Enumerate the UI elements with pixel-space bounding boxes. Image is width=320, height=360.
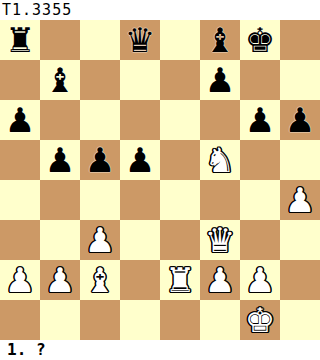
square-a3[interactable] bbox=[0, 220, 40, 260]
black-pawn: ♟ bbox=[45, 140, 75, 180]
square-e6[interactable] bbox=[160, 100, 200, 140]
square-b8[interactable] bbox=[40, 20, 80, 60]
white-pawn: ♟ bbox=[85, 220, 115, 260]
black-king: ♚ bbox=[245, 20, 275, 60]
square-b1[interactable] bbox=[40, 300, 80, 340]
black-pawn: ♟ bbox=[285, 100, 315, 140]
square-c3[interactable]: ♟ bbox=[80, 220, 120, 260]
square-h2[interactable] bbox=[280, 260, 320, 300]
square-d6[interactable] bbox=[120, 100, 160, 140]
square-d4[interactable] bbox=[120, 180, 160, 220]
white-pawn: ♟ bbox=[285, 180, 315, 220]
square-d8[interactable]: ♛ bbox=[120, 20, 160, 60]
square-g2[interactable]: ♟ bbox=[240, 260, 280, 300]
square-a8[interactable]: ♜ bbox=[0, 20, 40, 60]
square-e4[interactable] bbox=[160, 180, 200, 220]
square-h6[interactable]: ♟ bbox=[280, 100, 320, 140]
black-bishop: ♝ bbox=[205, 20, 235, 60]
square-c1[interactable] bbox=[80, 300, 120, 340]
square-a6[interactable]: ♟ bbox=[0, 100, 40, 140]
square-h7[interactable] bbox=[280, 60, 320, 100]
square-f8[interactable]: ♝ bbox=[200, 20, 240, 60]
square-g5[interactable] bbox=[240, 140, 280, 180]
square-a4[interactable] bbox=[0, 180, 40, 220]
square-f6[interactable] bbox=[200, 100, 240, 140]
square-a5[interactable] bbox=[0, 140, 40, 180]
square-c5[interactable]: ♟ bbox=[80, 140, 120, 180]
square-f2[interactable]: ♟ bbox=[200, 260, 240, 300]
square-e1[interactable] bbox=[160, 300, 200, 340]
black-pawn: ♟ bbox=[125, 140, 155, 180]
square-h4[interactable]: ♟ bbox=[280, 180, 320, 220]
square-e2[interactable]: ♜ bbox=[160, 260, 200, 300]
square-g8[interactable]: ♚ bbox=[240, 20, 280, 60]
square-d7[interactable] bbox=[120, 60, 160, 100]
white-king: ♚ bbox=[245, 300, 275, 340]
square-d3[interactable] bbox=[120, 220, 160, 260]
white-queen: ♛ bbox=[205, 220, 235, 260]
square-d1[interactable] bbox=[120, 300, 160, 340]
square-b4[interactable] bbox=[40, 180, 80, 220]
square-h3[interactable] bbox=[280, 220, 320, 260]
black-queen: ♛ bbox=[125, 20, 155, 60]
square-c4[interactable] bbox=[80, 180, 120, 220]
white-pawn: ♟ bbox=[245, 260, 275, 300]
square-f3[interactable]: ♛ bbox=[200, 220, 240, 260]
white-pawn: ♟ bbox=[205, 260, 235, 300]
white-bishop: ♝ bbox=[85, 260, 115, 300]
square-c2[interactable]: ♝ bbox=[80, 260, 120, 300]
puzzle-id-label: T1.3355 bbox=[2, 1, 72, 20]
square-a7[interactable] bbox=[0, 60, 40, 100]
square-c6[interactable] bbox=[80, 100, 120, 140]
square-e7[interactable] bbox=[160, 60, 200, 100]
square-b6[interactable] bbox=[40, 100, 80, 140]
square-d2[interactable] bbox=[120, 260, 160, 300]
square-b3[interactable] bbox=[40, 220, 80, 260]
square-c7[interactable] bbox=[80, 60, 120, 100]
black-bishop: ♝ bbox=[45, 60, 75, 100]
white-knight: ♞ bbox=[205, 140, 235, 180]
square-e5[interactable] bbox=[160, 140, 200, 180]
white-pawn: ♟ bbox=[45, 260, 75, 300]
square-f7[interactable]: ♟ bbox=[200, 60, 240, 100]
white-rook: ♜ bbox=[165, 260, 195, 300]
black-pawn: ♟ bbox=[245, 100, 275, 140]
square-d5[interactable]: ♟ bbox=[120, 140, 160, 180]
move-prompt: 1. ? bbox=[7, 341, 46, 360]
square-g3[interactable] bbox=[240, 220, 280, 260]
black-rook: ♜ bbox=[5, 20, 35, 60]
square-g1[interactable]: ♚ bbox=[240, 300, 280, 340]
chess-board: ♜♛♝♚♝♟♟♟♟♟♟♟♞♟♟♛♟♟♝♜♟♟♚ bbox=[0, 20, 320, 340]
square-b7[interactable]: ♝ bbox=[40, 60, 80, 100]
white-pawn: ♟ bbox=[5, 260, 35, 300]
square-a2[interactable]: ♟ bbox=[0, 260, 40, 300]
square-f5[interactable]: ♞ bbox=[200, 140, 240, 180]
square-f1[interactable] bbox=[200, 300, 240, 340]
square-e8[interactable] bbox=[160, 20, 200, 60]
black-pawn: ♟ bbox=[5, 100, 35, 140]
square-g4[interactable] bbox=[240, 180, 280, 220]
black-pawn: ♟ bbox=[205, 60, 235, 100]
square-g6[interactable]: ♟ bbox=[240, 100, 280, 140]
square-h8[interactable] bbox=[280, 20, 320, 60]
square-g7[interactable] bbox=[240, 60, 280, 100]
square-h1[interactable] bbox=[280, 300, 320, 340]
square-c8[interactable] bbox=[80, 20, 120, 60]
square-e3[interactable] bbox=[160, 220, 200, 260]
square-b2[interactable]: ♟ bbox=[40, 260, 80, 300]
square-a1[interactable] bbox=[0, 300, 40, 340]
square-b5[interactable]: ♟ bbox=[40, 140, 80, 180]
square-h5[interactable] bbox=[280, 140, 320, 180]
black-pawn: ♟ bbox=[85, 140, 115, 180]
square-f4[interactable] bbox=[200, 180, 240, 220]
